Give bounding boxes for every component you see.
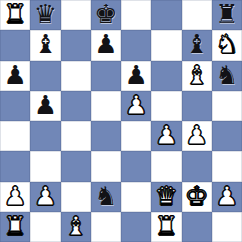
piece-black-king[interactable]: ♚ (94, 1, 117, 27)
square-c7[interactable] (61, 30, 91, 60)
piece-white-pawn[interactable]: ♟ (155, 122, 178, 148)
square-b3[interactable] (30, 151, 60, 181)
piece-white-knight[interactable]: ♞ (215, 31, 238, 57)
square-c3[interactable] (61, 151, 91, 181)
square-d1[interactable] (91, 212, 121, 242)
chess-board: ♜♛♚♜♝♟♝♞♟♟♝♞♟♟♟♟♟♟♞♛♚♟♜♝♜ (0, 0, 242, 242)
square-d7[interactable]: ♟ (91, 30, 121, 60)
square-a7[interactable] (0, 30, 30, 60)
square-g7[interactable]: ♝ (182, 30, 212, 60)
square-h8[interactable]: ♜ (212, 0, 242, 30)
square-e5[interactable]: ♟ (121, 91, 151, 121)
piece-white-pawn[interactable]: ♟ (215, 183, 238, 209)
square-a8[interactable]: ♜ (0, 0, 30, 30)
piece-white-rook[interactable]: ♜ (3, 1, 26, 27)
square-b5[interactable]: ♟ (30, 91, 60, 121)
square-d6[interactable] (91, 61, 121, 91)
piece-black-rook[interactable]: ♜ (215, 1, 238, 27)
square-f1[interactable]: ♜ (151, 212, 181, 242)
piece-black-bishop[interactable]: ♝ (185, 31, 208, 57)
square-f3[interactable] (151, 151, 181, 181)
square-a1[interactable]: ♜ (0, 212, 30, 242)
square-g1[interactable] (182, 212, 212, 242)
piece-white-pawn[interactable]: ♟ (34, 183, 57, 209)
square-c5[interactable] (61, 91, 91, 121)
square-g8[interactable] (182, 0, 212, 30)
square-e8[interactable] (121, 0, 151, 30)
piece-white-pawn[interactable]: ♟ (185, 122, 208, 148)
square-a5[interactable] (0, 91, 30, 121)
square-h7[interactable]: ♞ (212, 30, 242, 60)
piece-white-bishop[interactable]: ♝ (64, 213, 87, 239)
square-h6[interactable]: ♞ (212, 61, 242, 91)
piece-white-pawn[interactable]: ♟ (124, 92, 147, 118)
square-a3[interactable] (0, 151, 30, 181)
square-h3[interactable] (212, 151, 242, 181)
square-h1[interactable] (212, 212, 242, 242)
square-g3[interactable] (182, 151, 212, 181)
square-d3[interactable] (91, 151, 121, 181)
piece-white-king[interactable]: ♚ (185, 183, 208, 209)
piece-white-queen[interactable]: ♛ (155, 183, 178, 209)
piece-black-pawn[interactable]: ♟ (94, 31, 117, 57)
square-b4[interactable] (30, 121, 60, 151)
square-e6[interactable]: ♟ (121, 61, 151, 91)
square-b2[interactable]: ♟ (30, 182, 60, 212)
square-g2[interactable]: ♚ (182, 182, 212, 212)
square-e4[interactable] (121, 121, 151, 151)
piece-white-pawn[interactable]: ♟ (3, 183, 26, 209)
square-e1[interactable] (121, 212, 151, 242)
piece-white-rook[interactable]: ♜ (155, 213, 178, 239)
piece-black-pawn[interactable]: ♟ (34, 92, 57, 118)
square-f5[interactable] (151, 91, 181, 121)
square-b7[interactable]: ♝ (30, 30, 60, 60)
square-c1[interactable]: ♝ (61, 212, 91, 242)
square-f6[interactable] (151, 61, 181, 91)
square-h4[interactable] (212, 121, 242, 151)
square-g5[interactable] (182, 91, 212, 121)
square-d5[interactable] (91, 91, 121, 121)
square-b1[interactable] (30, 212, 60, 242)
piece-black-knight[interactable]: ♞ (94, 183, 117, 209)
square-g4[interactable]: ♟ (182, 121, 212, 151)
square-a4[interactable] (0, 121, 30, 151)
square-c2[interactable] (61, 182, 91, 212)
square-c8[interactable] (61, 0, 91, 30)
piece-black-queen[interactable]: ♛ (34, 1, 57, 27)
square-d4[interactable] (91, 121, 121, 151)
square-c6[interactable] (61, 61, 91, 91)
piece-black-pawn[interactable]: ♟ (3, 62, 26, 88)
square-g6[interactable]: ♝ (182, 61, 212, 91)
square-f8[interactable] (151, 0, 181, 30)
square-c4[interactable] (61, 121, 91, 151)
square-e7[interactable] (121, 30, 151, 60)
square-a6[interactable]: ♟ (0, 61, 30, 91)
square-h2[interactable]: ♟ (212, 182, 242, 212)
square-e3[interactable] (121, 151, 151, 181)
square-a2[interactable]: ♟ (0, 182, 30, 212)
square-f7[interactable] (151, 30, 181, 60)
piece-white-bishop[interactable]: ♝ (185, 62, 208, 88)
square-e2[interactable] (121, 182, 151, 212)
square-d8[interactable]: ♚ (91, 0, 121, 30)
piece-black-bishop[interactable]: ♝ (34, 31, 57, 57)
square-f2[interactable]: ♛ (151, 182, 181, 212)
square-b6[interactable] (30, 61, 60, 91)
piece-black-knight[interactable]: ♞ (215, 62, 238, 88)
square-b8[interactable]: ♛ (30, 0, 60, 30)
square-d2[interactable]: ♞ (91, 182, 121, 212)
piece-white-rook[interactable]: ♜ (3, 213, 26, 239)
square-h5[interactable] (212, 91, 242, 121)
piece-black-pawn[interactable]: ♟ (124, 62, 147, 88)
square-f4[interactable]: ♟ (151, 121, 181, 151)
